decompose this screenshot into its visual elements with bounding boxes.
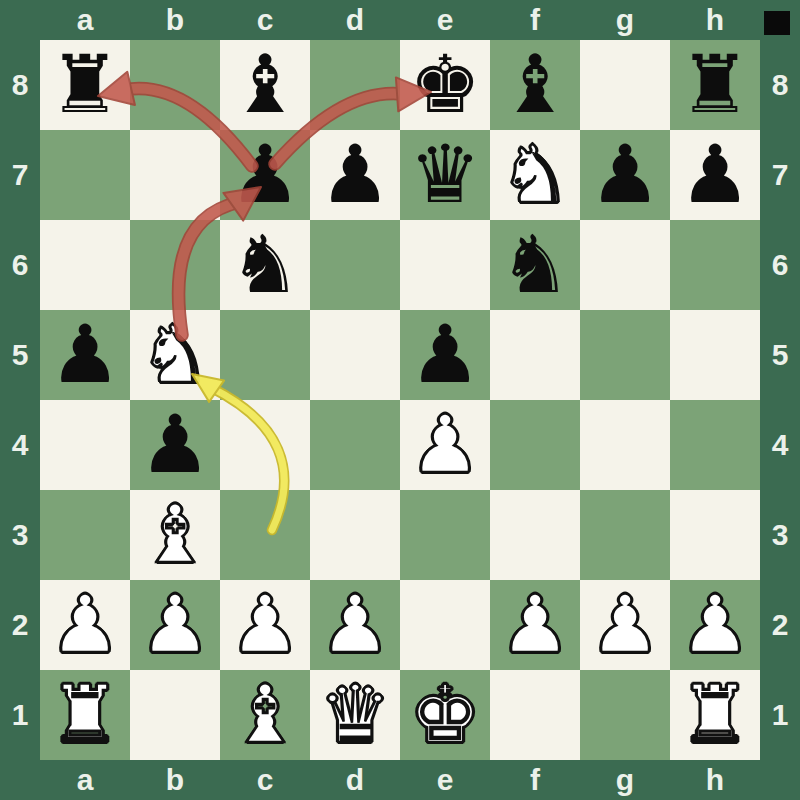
rank-label-right-5: 5	[760, 310, 800, 400]
file-label-top-d: d	[310, 0, 400, 40]
rank-label-right-7: 7	[760, 130, 800, 220]
square-h8[interactable]: ♜	[670, 40, 760, 130]
square-e5[interactable]: ♟	[400, 310, 490, 400]
square-g6[interactable]	[580, 220, 670, 310]
piece-white-knight-b5[interactable]: ♞	[139, 311, 211, 399]
piece-white-pawn-f2[interactable]: ♟	[499, 581, 571, 669]
chess-board: ♜♝♚♝♜♟♟♛♞♟♟♞♞♟♞♟♟♟♝♟♟♟♟♟♟♟♜♝♛♚♜	[40, 40, 760, 760]
rank-label-left-4: 4	[0, 400, 40, 490]
square-c6[interactable]: ♞	[220, 220, 310, 310]
square-b3[interactable]: ♝	[130, 490, 220, 580]
square-h2[interactable]: ♟	[670, 580, 760, 670]
square-b7[interactable]	[130, 130, 220, 220]
file-label-top-h: h	[670, 0, 760, 40]
piece-black-pawn-c7[interactable]: ♟	[229, 131, 301, 219]
file-label-bottom-c: c	[220, 760, 310, 800]
square-d2[interactable]: ♟	[310, 580, 400, 670]
rank-labels-left: 87654321	[0, 40, 40, 760]
square-f6[interactable]: ♞	[490, 220, 580, 310]
piece-black-rook-a8[interactable]: ♜	[49, 41, 121, 129]
file-label-top-c: c	[220, 0, 310, 40]
rank-label-left-6: 6	[0, 220, 40, 310]
square-b5[interactable]: ♞	[130, 310, 220, 400]
square-c7[interactable]: ♟	[220, 130, 310, 220]
square-e6[interactable]	[400, 220, 490, 310]
piece-white-pawn-c2[interactable]: ♟	[229, 581, 301, 669]
square-c5[interactable]	[220, 310, 310, 400]
square-g1[interactable]	[580, 670, 670, 760]
piece-white-king-e1[interactable]: ♚	[409, 671, 481, 759]
square-g8[interactable]	[580, 40, 670, 130]
square-g7[interactable]: ♟	[580, 130, 670, 220]
rank-label-right-6: 6	[760, 220, 800, 310]
piece-black-bishop-c8[interactable]: ♝	[229, 41, 301, 129]
square-a4[interactable]	[40, 400, 130, 490]
square-b2[interactable]: ♟	[130, 580, 220, 670]
square-a5[interactable]: ♟	[40, 310, 130, 400]
square-f8[interactable]: ♝	[490, 40, 580, 130]
square-a3[interactable]	[40, 490, 130, 580]
square-c2[interactable]: ♟	[220, 580, 310, 670]
square-b6[interactable]	[130, 220, 220, 310]
rank-label-right-8: 8	[760, 40, 800, 130]
file-labels-bottom: abcdefgh	[40, 760, 760, 800]
square-g3[interactable]	[580, 490, 670, 580]
square-d7[interactable]: ♟	[310, 130, 400, 220]
file-label-top-e: e	[400, 0, 490, 40]
square-a8[interactable]: ♜	[40, 40, 130, 130]
file-label-top-b: b	[130, 0, 220, 40]
rank-label-right-4: 4	[760, 400, 800, 490]
square-h6[interactable]	[670, 220, 760, 310]
piece-white-rook-h1[interactable]: ♜	[679, 671, 751, 759]
square-b8[interactable]	[130, 40, 220, 130]
side-to-move-indicator	[764, 11, 790, 35]
square-e2[interactable]	[400, 580, 490, 670]
square-d3[interactable]	[310, 490, 400, 580]
rank-label-left-2: 2	[0, 580, 40, 670]
piece-black-queen-e7[interactable]: ♛	[409, 131, 481, 219]
square-e1[interactable]: ♚	[400, 670, 490, 760]
square-e8[interactable]: ♚	[400, 40, 490, 130]
rank-label-left-8: 8	[0, 40, 40, 130]
square-h5[interactable]	[670, 310, 760, 400]
square-c4[interactable]	[220, 400, 310, 490]
rank-label-left-1: 1	[0, 670, 40, 760]
piece-black-king-e8[interactable]: ♚	[409, 41, 481, 129]
piece-white-pawn-d2[interactable]: ♟	[319, 581, 391, 669]
file-label-top-f: f	[490, 0, 580, 40]
square-h1[interactable]: ♜	[670, 670, 760, 760]
rank-label-left-3: 3	[0, 490, 40, 580]
square-c1[interactable]: ♝	[220, 670, 310, 760]
square-b4[interactable]: ♟	[130, 400, 220, 490]
file-label-bottom-h: h	[670, 760, 760, 800]
piece-black-rook-h8[interactable]: ♜	[679, 41, 751, 129]
piece-white-bishop-b3[interactable]: ♝	[139, 491, 211, 579]
square-f2[interactable]: ♟	[490, 580, 580, 670]
piece-white-rook-a1[interactable]: ♜	[49, 671, 121, 759]
square-a6[interactable]	[40, 220, 130, 310]
piece-black-pawn-g7[interactable]: ♟	[589, 131, 661, 219]
piece-white-pawn-h2[interactable]: ♟	[679, 581, 751, 669]
piece-white-pawn-e4[interactable]: ♟	[409, 401, 481, 489]
piece-black-pawn-b4[interactable]: ♟	[139, 401, 211, 489]
square-a1[interactable]: ♜	[40, 670, 130, 760]
rank-label-right-1: 1	[760, 670, 800, 760]
square-a2[interactable]: ♟	[40, 580, 130, 670]
square-d4[interactable]	[310, 400, 400, 490]
square-g2[interactable]: ♟	[580, 580, 670, 670]
file-label-bottom-a: a	[40, 760, 130, 800]
square-g4[interactable]	[580, 400, 670, 490]
file-label-bottom-d: d	[310, 760, 400, 800]
piece-black-knight-c6[interactable]: ♞	[229, 221, 301, 309]
square-a7[interactable]	[40, 130, 130, 220]
square-f3[interactable]	[490, 490, 580, 580]
square-h7[interactable]: ♟	[670, 130, 760, 220]
square-f1[interactable]	[490, 670, 580, 760]
square-d5[interactable]	[310, 310, 400, 400]
file-label-bottom-b: b	[130, 760, 220, 800]
square-e3[interactable]	[400, 490, 490, 580]
piece-white-knight-f7[interactable]: ♞	[499, 131, 571, 219]
rank-label-left-5: 5	[0, 310, 40, 400]
square-d8[interactable]	[310, 40, 400, 130]
square-e7[interactable]: ♛	[400, 130, 490, 220]
rank-labels-right: 87654321	[760, 40, 800, 760]
piece-black-pawn-e5[interactable]: ♟	[409, 311, 481, 399]
piece-white-pawn-b2[interactable]: ♟	[139, 581, 211, 669]
piece-black-pawn-h7[interactable]: ♟	[679, 131, 751, 219]
piece-white-bishop-c1[interactable]: ♝	[229, 671, 301, 759]
file-label-bottom-f: f	[490, 760, 580, 800]
file-label-bottom-g: g	[580, 760, 670, 800]
file-label-top-g: g	[580, 0, 670, 40]
file-labels-top: abcdefgh	[40, 0, 760, 40]
file-label-bottom-e: e	[400, 760, 490, 800]
piece-black-knight-f6[interactable]: ♞	[499, 221, 571, 309]
piece-white-queen-d1[interactable]: ♛	[319, 671, 391, 759]
square-d1[interactable]: ♛	[310, 670, 400, 760]
chess-board-frame: abcdefgh abcdefgh 87654321 87654321 ♜♝♚♝…	[0, 0, 800, 800]
square-f4[interactable]	[490, 400, 580, 490]
square-c8[interactable]: ♝	[220, 40, 310, 130]
square-f7[interactable]: ♞	[490, 130, 580, 220]
square-b1[interactable]	[130, 670, 220, 760]
piece-black-bishop-f8[interactable]: ♝	[499, 41, 571, 129]
file-label-top-a: a	[40, 0, 130, 40]
square-g5[interactable]	[580, 310, 670, 400]
piece-black-pawn-d7[interactable]: ♟	[319, 131, 391, 219]
rank-label-left-7: 7	[0, 130, 40, 220]
piece-black-pawn-a5[interactable]: ♟	[49, 311, 121, 399]
piece-white-pawn-a2[interactable]: ♟	[49, 581, 121, 669]
rank-label-right-2: 2	[760, 580, 800, 670]
square-c3[interactable]	[220, 490, 310, 580]
piece-white-pawn-g2[interactable]: ♟	[589, 581, 661, 669]
square-d6[interactable]	[310, 220, 400, 310]
square-h3[interactable]	[670, 490, 760, 580]
rank-label-right-3: 3	[760, 490, 800, 580]
square-h4[interactable]	[670, 400, 760, 490]
square-f5[interactable]	[490, 310, 580, 400]
square-e4[interactable]: ♟	[400, 400, 490, 490]
